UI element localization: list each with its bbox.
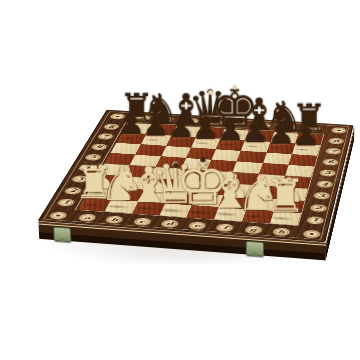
medallion-ring [321,170,334,176]
file-label-g-near: g [243,225,263,234]
file-label-d-near-label: d [165,221,174,226]
rank-label-4-right-label: 4 [321,182,328,186]
corner-ornament [48,211,69,220]
rank-label-6-left: 6 [90,143,109,150]
file-label-f-near: f [215,223,235,232]
file-label-a-near: a [77,213,98,222]
piece-white-rook-h1[interactable]: ♜ [253,173,317,219]
medallion-ring [107,216,123,223]
file-label-e-near-label: e [193,223,201,228]
file-label-g-near-label: g [249,227,257,232]
clasp-icon [246,241,264,257]
rank-label-6-right: 6 [322,158,339,166]
medallion-ring [304,231,319,238]
rank-label-5-right: 5 [319,169,337,177]
square-g6[interactable] [263,152,292,164]
clasp-hook-icon [251,249,257,256]
medallion-ring [50,212,66,219]
rank-label-6-right-label: 6 [327,160,334,164]
corner-ornament-dot [309,233,314,235]
file-label-h-far-label: h [309,127,316,131]
file-label-c-near: c [132,217,153,226]
medallion-ring [134,218,149,225]
rank-label-7-right-label: 7 [330,149,337,153]
file-label-a-near-label: a [83,215,91,220]
corner-ornament [302,229,321,238]
medallion-ring [274,228,289,235]
file-label-e-near: e [187,221,207,230]
piece-black-pawn-h7[interactable]: ♟ [277,119,335,150]
medallion-ring [218,224,233,231]
medallion-ring [190,222,205,229]
file-label-b-near-label: b [110,217,119,222]
white-king-finial [200,157,205,162]
black-king-finial [232,85,237,90]
rank-label-8-right-label: 8 [333,139,340,143]
clasp-icon [53,227,71,243]
corner-ornament-dot [56,214,61,216]
file-label-b-far-label: b [163,118,170,122]
file-label-d-near: d [159,219,179,228]
medallion-ring [80,214,96,221]
file-label-b-near: b [104,215,125,224]
square-h6[interactable] [288,154,317,166]
file-label-f-near-label: f [222,225,228,230]
medallion-ring [246,226,261,233]
medallion-ring [162,220,177,227]
clasp-hook-icon [59,235,66,242]
black-pawn-glyph: ♟ [292,119,320,150]
white-rook-glyph: ♜ [265,173,306,219]
chess-set-photo: aabbccddeeffgghh1122334455667788♜♞♝♛♚♝♞♜… [0,0,360,360]
rank-label-5-right-label: 5 [324,171,331,175]
file-label-h-near-label: h [277,229,285,234]
file-label-g-far-label: g [284,125,291,129]
file-label-c-near-label: c [138,219,146,224]
chess-board: aabbccddeeffgghh1122334455667788♜♞♝♛♚♝♞♜… [38,110,354,242]
file-label-h-near: h [272,227,292,236]
